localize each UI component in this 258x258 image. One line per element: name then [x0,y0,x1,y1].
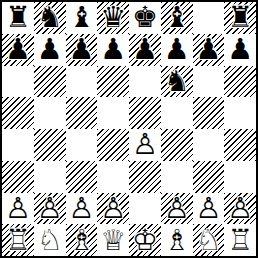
square-f5[interactable] [161,97,193,129]
square-a5[interactable] [2,97,34,129]
piece-outline: ♗ [66,224,98,256]
piece-white-pawn: ♟♙ [2,193,34,225]
square-h1[interactable]: ♜♖ [224,224,256,256]
square-g8[interactable] [193,2,225,34]
square-b3[interactable] [34,161,66,193]
square-a4[interactable] [2,129,34,161]
piece-glyph: ♞ [34,2,66,34]
piece-glyph: ♜ [224,2,256,34]
square-a7[interactable]: ♟ [2,34,34,66]
piece-white-pawn: ♟♙ [224,193,256,225]
piece-white-king: ♚♔ [129,224,161,256]
square-a6[interactable] [2,66,34,98]
square-c4[interactable] [66,129,98,161]
square-d1[interactable]: ♛♕ [97,224,129,256]
square-g5[interactable] [193,97,225,129]
square-a3[interactable] [2,161,34,193]
piece-black-bishop: ♝ [66,2,98,34]
square-f6[interactable]: ♞ [161,66,193,98]
chess-board: ♜♞♝♛♚♝♜♟♟♟♟♟♟♟♟♞♟♙♟♙♟♙♟♙♟♙♟♙♟♙♟♙♜♖♞♘♝♗♛♕… [0,0,258,258]
square-f1[interactable]: ♝♗ [161,224,193,256]
piece-black-rook: ♜ [2,2,34,34]
square-d8[interactable]: ♛ [97,2,129,34]
piece-white-rook: ♜♖ [224,224,256,256]
piece-black-pawn: ♟ [2,34,34,66]
square-e6[interactable] [129,66,161,98]
square-h2[interactable]: ♟♙ [224,193,256,225]
square-c7[interactable]: ♟ [66,34,98,66]
piece-black-rook: ♜ [224,2,256,34]
square-b2[interactable]: ♟♙ [34,193,66,225]
piece-black-bishop: ♝ [161,2,193,34]
piece-glyph: ♟ [224,34,256,66]
piece-white-rook: ♜♖ [2,224,34,256]
piece-glyph: ♟ [97,34,129,66]
square-d7[interactable]: ♟ [97,34,129,66]
piece-outline: ♙ [193,193,225,225]
square-c3[interactable] [66,161,98,193]
square-h3[interactable] [224,161,256,193]
piece-outline: ♘ [34,224,66,256]
piece-black-pawn: ♟ [97,34,129,66]
piece-white-bishop: ♝♗ [161,224,193,256]
piece-glyph: ♟ [34,34,66,66]
piece-white-queen: ♛♕ [97,224,129,256]
piece-black-queen: ♛ [97,2,129,34]
piece-outline: ♘ [193,224,225,256]
square-g4[interactable] [193,129,225,161]
piece-white-pawn: ♟♙ [129,129,161,161]
square-f3[interactable] [161,161,193,193]
piece-white-pawn: ♟♙ [193,193,225,225]
square-d2[interactable]: ♟♙ [97,193,129,225]
square-g2[interactable]: ♟♙ [193,193,225,225]
piece-black-pawn: ♟ [224,34,256,66]
piece-glyph: ♟ [193,34,225,66]
square-g1[interactable]: ♞♘ [193,224,225,256]
square-a2[interactable]: ♟♙ [2,193,34,225]
piece-outline: ♙ [161,193,193,225]
piece-white-knight: ♞♘ [34,224,66,256]
square-c1[interactable]: ♝♗ [66,224,98,256]
square-b7[interactable]: ♟ [34,34,66,66]
piece-glyph: ♞ [161,66,193,98]
square-d3[interactable] [97,161,129,193]
piece-glyph: ♚ [129,2,161,34]
square-c8[interactable]: ♝ [66,2,98,34]
piece-outline: ♗ [161,224,193,256]
piece-glyph: ♛ [97,2,129,34]
square-c5[interactable] [66,97,98,129]
square-f7[interactable]: ♟ [161,34,193,66]
square-b8[interactable]: ♞ [34,2,66,34]
piece-white-pawn: ♟♙ [34,193,66,225]
piece-white-knight: ♞♘ [193,224,225,256]
piece-outline: ♕ [97,224,129,256]
piece-glyph: ♟ [129,34,161,66]
square-h6[interactable] [224,66,256,98]
square-a8[interactable]: ♜ [2,2,34,34]
piece-outline: ♖ [2,224,34,256]
piece-black-pawn: ♟ [129,34,161,66]
square-c2[interactable]: ♟♙ [66,193,98,225]
piece-glyph: ♟ [161,34,193,66]
piece-outline: ♙ [66,193,98,225]
square-e8[interactable]: ♚ [129,2,161,34]
piece-outline: ♙ [97,193,129,225]
piece-black-pawn: ♟ [193,34,225,66]
piece-outline: ♔ [129,224,161,256]
piece-glyph: ♝ [66,2,98,34]
piece-black-pawn: ♟ [66,34,98,66]
square-f2[interactable]: ♟♙ [161,193,193,225]
square-f8[interactable]: ♝ [161,2,193,34]
square-e7[interactable]: ♟ [129,34,161,66]
square-g6[interactable] [193,66,225,98]
piece-black-king: ♚ [129,2,161,34]
piece-glyph: ♟ [66,34,98,66]
piece-glyph: ♝ [161,2,193,34]
square-f4[interactable] [161,129,193,161]
square-e2[interactable] [129,193,161,225]
piece-white-pawn: ♟♙ [161,193,193,225]
piece-outline: ♙ [34,193,66,225]
square-e4[interactable]: ♟♙ [129,129,161,161]
piece-glyph: ♜ [2,2,34,34]
square-e5[interactable] [129,97,161,129]
square-d6[interactable] [97,66,129,98]
square-b6[interactable] [34,66,66,98]
piece-black-pawn: ♟ [34,34,66,66]
square-b1[interactable]: ♞♘ [34,224,66,256]
square-g7[interactable]: ♟ [193,34,225,66]
piece-outline: ♙ [129,129,161,161]
square-h8[interactable]: ♜ [224,2,256,34]
square-d4[interactable] [97,129,129,161]
square-a1[interactable]: ♜♖ [2,224,34,256]
square-b5[interactable] [34,97,66,129]
piece-white-bishop: ♝♗ [66,224,98,256]
square-e1[interactable]: ♚♔ [129,224,161,256]
square-d5[interactable] [97,97,129,129]
square-h4[interactable] [224,129,256,161]
piece-outline: ♖ [224,224,256,256]
piece-black-knight: ♞ [34,2,66,34]
square-h7[interactable]: ♟ [224,34,256,66]
square-h5[interactable] [224,97,256,129]
square-c6[interactable] [66,66,98,98]
square-g3[interactable] [193,161,225,193]
square-e3[interactable] [129,161,161,193]
piece-black-pawn: ♟ [161,34,193,66]
piece-outline: ♙ [224,193,256,225]
piece-black-knight: ♞ [161,66,193,98]
piece-outline: ♙ [2,193,34,225]
piece-white-pawn: ♟♙ [66,193,98,225]
piece-white-pawn: ♟♙ [97,193,129,225]
piece-glyph: ♟ [2,34,34,66]
square-b4[interactable] [34,129,66,161]
